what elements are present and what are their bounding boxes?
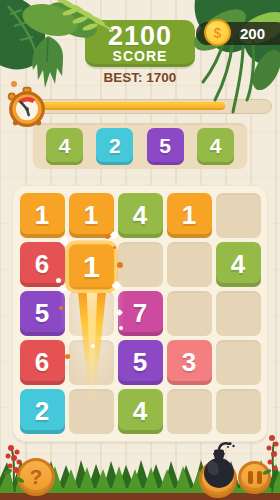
board-cell[interactable]: 1 [167, 193, 212, 238]
tray-tile[interactable]: 4 [46, 128, 83, 165]
board-cell[interactable] [216, 291, 261, 336]
dollar-symbol: $ [214, 25, 222, 41]
board-cell[interactable]: 1 [20, 193, 65, 238]
board-cell[interactable] [167, 389, 212, 434]
board-cell[interactable] [216, 389, 261, 434]
board-cell-landing-tile[interactable]: 1 [65, 241, 117, 293]
bomb-icon [197, 440, 241, 492]
red-flower-decoration-right [260, 432, 280, 494]
board-cell[interactable]: 6 [20, 340, 65, 385]
board-cell[interactable] [167, 291, 212, 336]
board-cell[interactable]: 4 [118, 193, 163, 238]
tray-tile[interactable]: 4 [197, 128, 234, 165]
board-cell[interactable] [216, 340, 261, 385]
pause-icon [248, 471, 253, 484]
question-mark-icon: ? [30, 465, 43, 489]
game-board: 1 1 4 1 6 1 4 5 7 6 5 3 2 4 [12, 185, 268, 442]
board-grid: 1 1 4 1 6 1 4 5 7 6 5 3 2 4 [13, 186, 267, 441]
jungle-leaves-top-right-decoration [175, 0, 280, 130]
jungle-leaves-top-left-decoration [0, 0, 118, 108]
board-cell[interactable]: 2 [20, 389, 65, 434]
board-cell[interactable]: 1 [69, 193, 114, 238]
board-cell[interactable] [167, 242, 212, 287]
tray-tile[interactable]: 2 [96, 128, 133, 165]
coin-icon: $ [204, 19, 231, 46]
red-flower-decoration-left [2, 442, 28, 494]
coin-count: 200 [240, 25, 280, 42]
board-cell[interactable]: 3 [167, 340, 212, 385]
board-cell[interactable]: 4 [216, 242, 261, 287]
board-cell[interactable]: 5 [20, 291, 65, 336]
game-screen: 2100 SCORE BEST: 1700 $ 200 4 2 5 4 1 1 … [0, 0, 280, 500]
board-cell[interactable] [216, 193, 261, 238]
tray-tile[interactable]: 5 [147, 128, 184, 165]
score-label: SCORE [113, 49, 168, 64]
